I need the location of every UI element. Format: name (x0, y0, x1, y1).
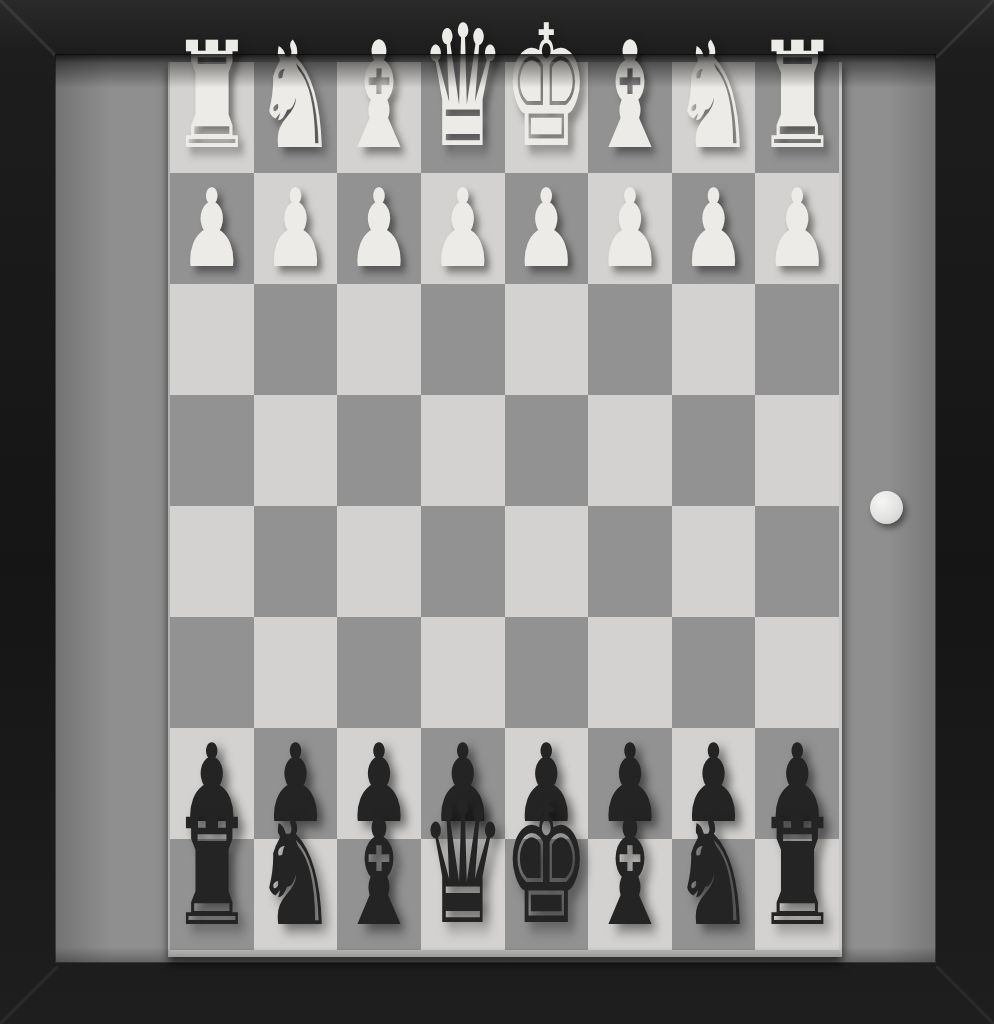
square-r6c7[interactable] (672, 617, 756, 728)
black-bishop[interactable]: ♝ (338, 801, 420, 948)
square-r5c7[interactable] (672, 506, 756, 617)
square-r6c1[interactable] (170, 617, 254, 728)
square-r3c3[interactable] (337, 284, 421, 395)
square-r3c7[interactable] (672, 284, 756, 395)
square-r5c6[interactable] (588, 506, 672, 617)
square-r6c5[interactable] (505, 617, 589, 728)
square-r4c5[interactable] (505, 395, 589, 506)
square-r6c8[interactable] (755, 617, 839, 728)
square-r4c3[interactable] (337, 395, 421, 506)
framed-chess-artwork: ♜♞♝♛♚♝♞♜♟♟♟♟♟♟♟♟♟♟♟♟♟♟♟♟♜♞♝♛♚♝♞♜ (0, 0, 994, 1024)
frame-miter-bottom-left (0, 966, 58, 1024)
square-r3c5[interactable] (505, 284, 589, 395)
black-rook[interactable]: ♜ (756, 801, 838, 948)
black-king[interactable]: ♚ (503, 780, 589, 948)
chess-board: ♜♞♝♛♚♝♞♜♟♟♟♟♟♟♟♟♟♟♟♟♟♟♟♟♜♞♝♛♚♝♞♜ (168, 62, 842, 957)
white-rook[interactable]: ♜ (756, 24, 838, 171)
square-r4c1[interactable] (170, 395, 254, 506)
white-knight[interactable]: ♞ (672, 24, 754, 171)
square-r3c1[interactable] (170, 284, 254, 395)
square-r1c5[interactable]: ♚ (505, 62, 589, 173)
square-r3c4[interactable] (421, 284, 505, 395)
square-r3c2[interactable] (254, 284, 338, 395)
square-r5c3[interactable] (337, 506, 421, 617)
frame-mat: ♜♞♝♛♚♝♞♜♟♟♟♟♟♟♟♟♟♟♟♟♟♟♟♟♜♞♝♛♚♝♞♜ (55, 54, 936, 963)
white-king[interactable]: ♚ (503, 3, 589, 171)
square-r4c4[interactable] (421, 395, 505, 506)
square-r6c3[interactable] (337, 617, 421, 728)
white-knight[interactable]: ♞ (254, 24, 336, 171)
square-r6c6[interactable] (588, 617, 672, 728)
square-r8c3[interactable]: ♝ (337, 839, 421, 950)
white-queen[interactable]: ♛ (420, 3, 506, 171)
square-r1c7[interactable]: ♞ (672, 62, 756, 173)
square-r5c8[interactable] (755, 506, 839, 617)
square-r3c6[interactable] (588, 284, 672, 395)
black-knight[interactable]: ♞ (672, 801, 754, 948)
white-bishop[interactable]: ♝ (338, 24, 420, 171)
square-r2c3[interactable]: ♟ (337, 173, 421, 284)
square-r1c8[interactable]: ♜ (755, 62, 839, 173)
square-r4c6[interactable] (588, 395, 672, 506)
square-r8c7[interactable]: ♞ (672, 839, 756, 950)
white-pawn[interactable]: ♟ (180, 174, 245, 282)
square-r2c7[interactable]: ♟ (672, 173, 756, 284)
frame-miter-top-left (0, 0, 58, 58)
square-r5c5[interactable] (505, 506, 589, 617)
square-r6c4[interactable] (421, 617, 505, 728)
square-r2c1[interactable]: ♟ (170, 173, 254, 284)
square-r1c2[interactable]: ♞ (254, 62, 338, 173)
black-queen[interactable]: ♛ (420, 780, 506, 948)
square-r8c2[interactable]: ♞ (254, 839, 338, 950)
square-r1c6[interactable]: ♝ (588, 62, 672, 173)
square-r4c8[interactable] (755, 395, 839, 506)
square-r5c1[interactable] (170, 506, 254, 617)
square-r5c4[interactable] (421, 506, 505, 617)
square-r2c5[interactable]: ♟ (505, 173, 589, 284)
square-r8c1[interactable]: ♜ (170, 839, 254, 950)
square-r2c8[interactable]: ♟ (755, 173, 839, 284)
frame-miter-bottom-right (936, 966, 994, 1024)
white-pawn[interactable]: ♟ (263, 174, 328, 282)
black-bishop[interactable]: ♝ (589, 801, 671, 948)
white-peg-marker[interactable] (870, 491, 903, 524)
white-rook[interactable]: ♜ (171, 24, 253, 171)
white-pawn[interactable]: ♟ (430, 174, 495, 282)
white-bishop[interactable]: ♝ (589, 24, 671, 171)
square-r8c6[interactable]: ♝ (588, 839, 672, 950)
square-r6c2[interactable] (254, 617, 338, 728)
white-pawn[interactable]: ♟ (681, 174, 746, 282)
white-pawn[interactable]: ♟ (347, 174, 412, 282)
square-r8c5[interactable]: ♚ (505, 839, 589, 950)
black-rook[interactable]: ♜ (171, 801, 253, 948)
square-r1c3[interactable]: ♝ (337, 62, 421, 173)
black-knight[interactable]: ♞ (254, 801, 336, 948)
square-r8c8[interactable]: ♜ (755, 839, 839, 950)
square-r1c4[interactable]: ♛ (421, 62, 505, 173)
square-r2c2[interactable]: ♟ (254, 173, 338, 284)
square-r5c2[interactable] (254, 506, 338, 617)
square-r2c6[interactable]: ♟ (588, 173, 672, 284)
frame-miter-top-right (936, 0, 994, 58)
square-r4c2[interactable] (254, 395, 338, 506)
square-r4c7[interactable] (672, 395, 756, 506)
white-pawn[interactable]: ♟ (765, 174, 830, 282)
white-pawn[interactable]: ♟ (598, 174, 663, 282)
square-r8c4[interactable]: ♛ (421, 839, 505, 950)
square-r3c8[interactable] (755, 284, 839, 395)
square-r2c4[interactable]: ♟ (421, 173, 505, 284)
white-pawn[interactable]: ♟ (514, 174, 579, 282)
square-r1c1[interactable]: ♜ (170, 62, 254, 173)
